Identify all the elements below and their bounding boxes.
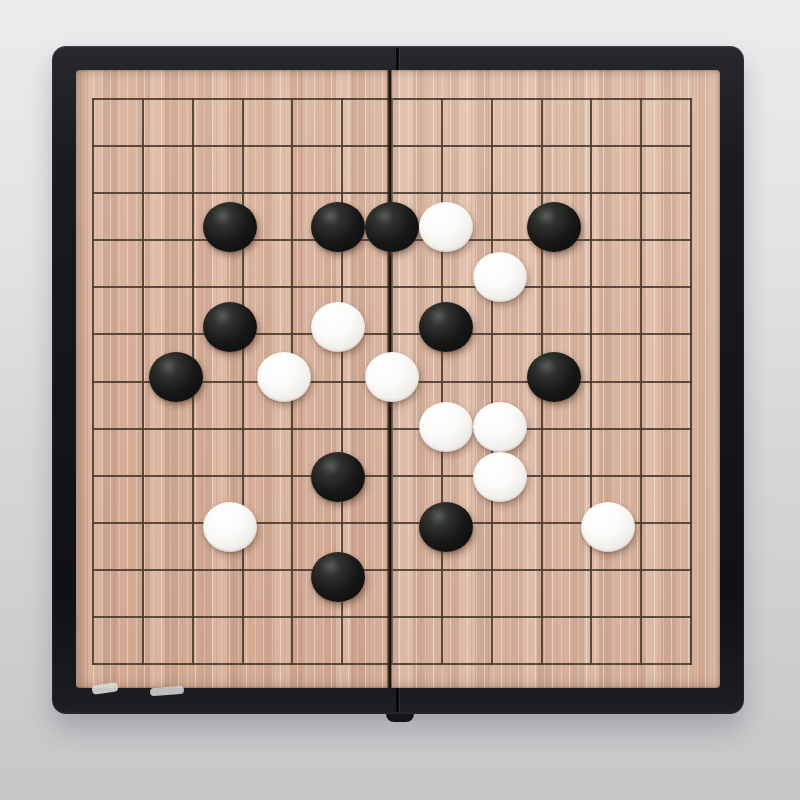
white-stone-c9r9[interactable] [473, 452, 527, 502]
white-stone-c11r10[interactable] [581, 502, 635, 552]
black-stone-c10r7[interactable] [527, 352, 581, 402]
board-frame [52, 46, 744, 714]
black-stone-c4r6[interactable] [203, 302, 257, 352]
white-stone-c8r8[interactable] [419, 402, 473, 452]
black-stone-c3r7[interactable] [149, 352, 203, 402]
frame-fold-seam-top [396, 48, 399, 71]
black-stone-c6r9[interactable] [311, 452, 365, 502]
white-stone-c6r6[interactable] [311, 302, 365, 352]
black-stone-c6r11[interactable] [311, 552, 365, 602]
frame-fold-seam-bottom [396, 687, 399, 712]
white-stone-c4r10[interactable] [203, 502, 257, 552]
go-board-surface [76, 70, 720, 688]
black-stone-c10r4[interactable] [527, 202, 581, 252]
black-stone-c7r4[interactable] [365, 202, 419, 252]
black-stone-c8r10[interactable] [419, 502, 473, 552]
black-stone-c4r4[interactable] [203, 202, 257, 252]
black-stone-c6r4[interactable] [311, 202, 365, 252]
product-photo-background [0, 0, 800, 800]
white-stone-c5r7[interactable] [257, 352, 311, 402]
white-stone-c7r7[interactable] [365, 352, 419, 402]
white-stone-c9r5[interactable] [473, 252, 527, 302]
white-stone-c9r8[interactable] [473, 402, 527, 452]
black-stone-c8r6[interactable] [419, 302, 473, 352]
stones-layer [67, 74, 717, 688]
white-stone-c8r4[interactable] [419, 202, 473, 252]
